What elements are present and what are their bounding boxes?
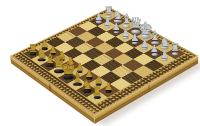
rook-glyph: ♜: [170, 43, 180, 54]
pawn-glyph: ♟: [94, 75, 103, 85]
pawn-glyph: ♟: [104, 81, 113, 91]
pawn-glyph: ♟: [150, 44, 159, 54]
piece-silver-pawn-h7[interactable]: ♟: [160, 50, 169, 61]
pawn-glyph: ♟: [140, 39, 149, 49]
piece-gold-rook-h1[interactable]: ♜: [92, 86, 102, 99]
piece-silver-pawn-g7[interactable]: ♟: [150, 44, 159, 55]
pawn-glyph: ♟: [94, 12, 102, 21]
pawn-glyph: ♟: [160, 50, 169, 60]
pawn-glyph: ♟: [103, 18, 111, 27]
piece-silver-pawn-a7[interactable]: ♟: [94, 12, 102, 23]
knight-glyph: ♞: [159, 36, 170, 48]
pawn-glyph: ♟: [131, 33, 140, 43]
piece-gold-pawn-h2[interactable]: ♟: [104, 81, 113, 92]
pawn-glyph: ♟: [112, 23, 121, 32]
piece-silver-pawn-f7[interactable]: ♟: [140, 39, 149, 50]
piece-silver-pawn-b7[interactable]: ♟: [103, 18, 111, 29]
pawn-glyph: ♟: [121, 28, 130, 38]
piece-silver-rook-h8[interactable]: ♜: [170, 43, 180, 56]
piece-silver-pawn-d7[interactable]: ♟: [121, 28, 130, 39]
piece-silver-knight-g8[interactable]: ♞: [159, 36, 170, 50]
pieces-layer: ♜♞♟♝♟♛♟♚♟♝♟♞♟♟♜♟♟♜♟♟♞♝♟♛♟♚♟♝♟♞♟♜: [0, 0, 200, 126]
chess-set-photo: ♜♞♟♝♟♛♟♚♟♝♟♞♟♟♜♟♟♜♟♟♞♝♟♛♟♚♟♝♟♞♟♜: [0, 0, 200, 126]
rook-glyph: ♜: [92, 86, 102, 98]
piece-silver-pawn-e7[interactable]: ♟: [131, 33, 140, 44]
piece-silver-pawn-c7[interactable]: ♟: [112, 23, 121, 34]
